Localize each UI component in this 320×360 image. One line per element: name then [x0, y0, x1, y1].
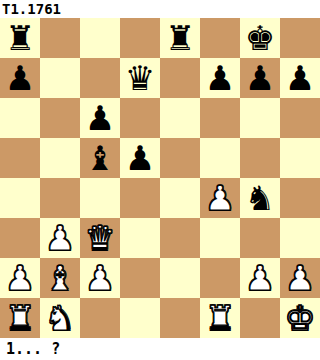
square-f4[interactable]: ♟: [200, 178, 240, 218]
square-f7[interactable]: ♟: [200, 58, 240, 98]
square-h4[interactable]: [280, 178, 320, 218]
puzzle-id-label: T1.1761: [2, 0, 61, 18]
square-e3[interactable]: [160, 218, 200, 258]
square-d2[interactable]: [120, 258, 160, 298]
square-h3[interactable]: [280, 218, 320, 258]
piece-white-pawn: ♟: [40, 218, 80, 258]
piece-white-pawn: ♟: [0, 258, 40, 298]
piece-white-king: ♚: [280, 298, 320, 338]
square-f1[interactable]: ♜: [200, 298, 240, 338]
square-e6[interactable]: [160, 98, 200, 138]
square-e4[interactable]: [160, 178, 200, 218]
square-g6[interactable]: [240, 98, 280, 138]
chess-puzzle-window: T1.1761 ♜♜♚♟♛♟♟♟♟♝♟♟♞♟♛♟♝♟♟♟♜♞♜♚ 1... ?: [0, 0, 320, 360]
piece-white-pawn: ♟: [280, 258, 320, 298]
square-d5[interactable]: ♟: [120, 138, 160, 178]
square-b2[interactable]: ♝: [40, 258, 80, 298]
square-f3[interactable]: [200, 218, 240, 258]
square-a2[interactable]: ♟: [0, 258, 40, 298]
square-h1[interactable]: ♚: [280, 298, 320, 338]
square-g1[interactable]: [240, 298, 280, 338]
square-b3[interactable]: ♟: [40, 218, 80, 258]
piece-black-bishop: ♝: [80, 138, 120, 178]
square-f2[interactable]: [200, 258, 240, 298]
square-c1[interactable]: [80, 298, 120, 338]
square-b8[interactable]: [40, 18, 80, 58]
piece-white-pawn: ♟: [200, 178, 240, 218]
square-e2[interactable]: [160, 258, 200, 298]
square-g4[interactable]: ♞: [240, 178, 280, 218]
square-d6[interactable]: [120, 98, 160, 138]
piece-white-pawn: ♟: [80, 258, 120, 298]
square-c7[interactable]: [80, 58, 120, 98]
piece-white-pawn: ♟: [240, 258, 280, 298]
square-e8[interactable]: ♜: [160, 18, 200, 58]
piece-black-pawn: ♟: [200, 58, 240, 98]
square-d4[interactable]: [120, 178, 160, 218]
piece-black-knight: ♞: [240, 178, 280, 218]
piece-black-king: ♚: [240, 18, 280, 58]
square-e5[interactable]: [160, 138, 200, 178]
piece-black-pawn: ♟: [240, 58, 280, 98]
square-e1[interactable]: [160, 298, 200, 338]
square-a3[interactable]: [0, 218, 40, 258]
square-a6[interactable]: [0, 98, 40, 138]
piece-white-rook: ♜: [0, 298, 40, 338]
footer: 1... ?: [0, 338, 320, 360]
piece-black-pawn: ♟: [280, 58, 320, 98]
square-h6[interactable]: [280, 98, 320, 138]
header: T1.1761: [0, 0, 320, 18]
square-g2[interactable]: ♟: [240, 258, 280, 298]
square-a4[interactable]: [0, 178, 40, 218]
square-d3[interactable]: [120, 218, 160, 258]
square-g3[interactable]: [240, 218, 280, 258]
square-a5[interactable]: [0, 138, 40, 178]
square-h2[interactable]: ♟: [280, 258, 320, 298]
square-d1[interactable]: [120, 298, 160, 338]
square-h5[interactable]: [280, 138, 320, 178]
piece-black-pawn: ♟: [0, 58, 40, 98]
square-d8[interactable]: [120, 18, 160, 58]
square-g5[interactable]: [240, 138, 280, 178]
square-c2[interactable]: ♟: [80, 258, 120, 298]
square-b5[interactable]: [40, 138, 80, 178]
piece-black-pawn: ♟: [80, 98, 120, 138]
piece-black-rook: ♜: [160, 18, 200, 58]
square-b4[interactable]: [40, 178, 80, 218]
square-h8[interactable]: [280, 18, 320, 58]
piece-black-queen: ♛: [120, 58, 160, 98]
square-g7[interactable]: ♟: [240, 58, 280, 98]
chess-board: ♜♜♚♟♛♟♟♟♟♝♟♟♞♟♛♟♝♟♟♟♜♞♜♚: [0, 18, 320, 338]
square-c5[interactable]: ♝: [80, 138, 120, 178]
square-b6[interactable]: [40, 98, 80, 138]
square-h7[interactable]: ♟: [280, 58, 320, 98]
square-c4[interactable]: [80, 178, 120, 218]
square-f8[interactable]: [200, 18, 240, 58]
square-f5[interactable]: [200, 138, 240, 178]
piece-white-queen: ♛: [80, 218, 120, 258]
square-c8[interactable]: [80, 18, 120, 58]
square-a1[interactable]: ♜: [0, 298, 40, 338]
square-b7[interactable]: [40, 58, 80, 98]
square-f6[interactable]: [200, 98, 240, 138]
square-e7[interactable]: [160, 58, 200, 98]
square-c3[interactable]: ♛: [80, 218, 120, 258]
piece-white-rook: ♜: [200, 298, 240, 338]
piece-black-pawn: ♟: [120, 138, 160, 178]
square-b1[interactable]: ♞: [40, 298, 80, 338]
square-a7[interactable]: ♟: [0, 58, 40, 98]
square-c6[interactable]: ♟: [80, 98, 120, 138]
piece-white-bishop: ♝: [40, 258, 80, 298]
piece-black-rook: ♜: [0, 18, 40, 58]
square-a8[interactable]: ♜: [0, 18, 40, 58]
move-prompt-label: 1... ?: [6, 338, 60, 360]
piece-white-knight: ♞: [40, 298, 80, 338]
square-g8[interactable]: ♚: [240, 18, 280, 58]
square-d7[interactable]: ♛: [120, 58, 160, 98]
